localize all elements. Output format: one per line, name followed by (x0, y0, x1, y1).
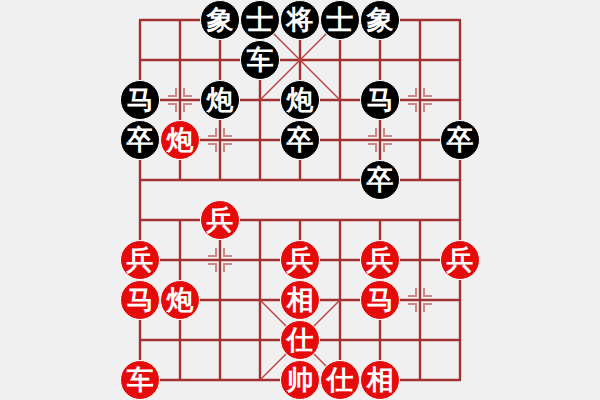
board-intersection[interactable] (120, 0, 160, 40)
piece-red-advisor[interactable]: 仕 (320, 360, 360, 400)
piece-glyph: 炮 (287, 86, 314, 113)
board-intersection[interactable] (120, 40, 160, 80)
piece-red-elephant[interactable]: 相 (360, 360, 400, 400)
board-intersection[interactable] (160, 240, 200, 280)
board-intersection[interactable] (400, 160, 440, 200)
board-intersection[interactable] (240, 120, 280, 160)
piece-black-horse[interactable]: 马 (120, 80, 160, 120)
board-intersection[interactable] (400, 0, 440, 40)
board-intersection[interactable] (240, 200, 280, 240)
piece-glyph: 车 (247, 46, 274, 73)
board-intersection[interactable]: 相 (280, 280, 320, 320)
piece-red-general[interactable]: 帅 (280, 360, 320, 400)
board-intersection[interactable]: 车 (240, 40, 280, 80)
piece-red-soldier[interactable]: 兵 (200, 200, 240, 240)
piece-glyph: 仕 (327, 366, 354, 393)
piece-glyph: 兵 (207, 206, 234, 233)
board-intersection[interactable]: 象 (360, 0, 400, 40)
board-intersection[interactable]: 象 (200, 0, 240, 40)
board-intersection[interactable] (240, 280, 280, 320)
piece-glyph: 卒 (287, 126, 314, 153)
xiangqi-board: 象士将士象车马炮炮马卒炮卒卒卒兵兵兵兵兵马炮相马仕车帅仕相 (120, 0, 480, 400)
board-intersection[interactable] (200, 280, 240, 320)
board-intersection[interactable]: 士 (320, 0, 360, 40)
piece-glyph: 车 (127, 366, 154, 393)
piece-red-cannon[interactable]: 炮 (160, 280, 200, 320)
board-intersection[interactable] (240, 320, 280, 360)
piece-glyph: 马 (127, 86, 154, 113)
piece-red-soldier[interactable]: 兵 (120, 240, 160, 280)
board-intersection[interactable]: 兵 (280, 240, 320, 280)
piece-black-advisor[interactable]: 士 (240, 0, 280, 40)
board-intersection[interactable] (200, 360, 240, 400)
board-intersection[interactable]: 炮 (160, 120, 200, 160)
piece-black-advisor[interactable]: 士 (320, 0, 360, 40)
piece-black-cannon[interactable]: 炮 (280, 80, 320, 120)
board-intersection[interactable]: 马 (360, 280, 400, 320)
board-intersection[interactable]: 相 (360, 360, 400, 400)
board-intersection[interactable]: 士 (240, 0, 280, 40)
board-intersection[interactable] (440, 0, 480, 40)
board-intersection[interactable]: 卒 (360, 160, 400, 200)
piece-black-elephant[interactable]: 象 (200, 0, 240, 40)
board-intersection[interactable] (280, 200, 320, 240)
board-intersection[interactable] (360, 200, 400, 240)
board-intersection[interactable] (160, 320, 200, 360)
piece-red-soldier[interactable]: 兵 (440, 240, 480, 280)
board-intersection[interactable] (160, 40, 200, 80)
piece-glyph: 马 (127, 286, 154, 313)
board-intersection[interactable] (360, 120, 400, 160)
board-intersection[interactable]: 帅 (280, 360, 320, 400)
board-intersection[interactable] (400, 360, 440, 400)
board-intersection[interactable]: 马 (360, 80, 400, 120)
board-intersection[interactable]: 马 (120, 280, 160, 320)
piece-glyph: 炮 (207, 86, 234, 113)
board-intersection[interactable]: 卒 (280, 120, 320, 160)
board-intersection[interactable] (360, 40, 400, 80)
board-intersection[interactable]: 仕 (280, 320, 320, 360)
board-intersection[interactable] (200, 240, 240, 280)
board-intersection[interactable] (320, 320, 360, 360)
board-intersection[interactable] (400, 40, 440, 80)
board-intersection[interactable] (200, 120, 240, 160)
board-intersection[interactable] (320, 40, 360, 80)
piece-red-soldier[interactable]: 兵 (360, 240, 400, 280)
board-intersection[interactable]: 兵 (440, 240, 480, 280)
piece-glyph: 士 (247, 6, 274, 33)
board-intersection[interactable] (440, 320, 480, 360)
piece-black-soldier[interactable]: 卒 (360, 160, 400, 200)
piece-glyph: 将 (287, 6, 314, 33)
board-intersection[interactable] (440, 360, 480, 400)
board-intersection[interactable] (240, 360, 280, 400)
piece-black-chariot[interactable]: 车 (240, 40, 280, 80)
board-intersection[interactable] (440, 160, 480, 200)
board-intersection[interactable] (240, 80, 280, 120)
board-intersection[interactable] (320, 280, 360, 320)
board-intersection[interactable]: 兵 (120, 240, 160, 280)
piece-glyph: 相 (287, 286, 314, 313)
board-intersection[interactable] (280, 160, 320, 200)
board-intersection[interactable]: 仕 (320, 360, 360, 400)
piece-glyph: 卒 (127, 126, 154, 153)
piece-black-horse[interactable]: 马 (360, 80, 400, 120)
board-intersection[interactable] (320, 120, 360, 160)
piece-glyph: 卒 (367, 166, 394, 193)
board-intersection[interactable]: 兵 (200, 200, 240, 240)
piece-glyph: 兵 (287, 246, 314, 273)
board-intersection[interactable]: 车 (120, 360, 160, 400)
piece-black-soldier[interactable]: 卒 (440, 120, 480, 160)
board-intersection[interactable] (240, 240, 280, 280)
board-intersection[interactable] (400, 200, 440, 240)
board-intersection[interactable] (200, 160, 240, 200)
board-intersection[interactable] (400, 120, 440, 160)
board-intersection[interactable] (160, 200, 200, 240)
board-intersection[interactable] (320, 80, 360, 120)
board-intersection[interactable]: 炮 (200, 80, 240, 120)
piece-black-general[interactable]: 将 (280, 0, 320, 40)
piece-glyph: 马 (367, 86, 394, 113)
board-intersection[interactable] (320, 160, 360, 200)
piece-black-cannon[interactable]: 炮 (200, 80, 240, 120)
piece-glyph: 卒 (447, 126, 474, 153)
piece-glyph: 仕 (287, 326, 314, 353)
piece-glyph: 兵 (367, 246, 394, 273)
board-intersection[interactable] (400, 280, 440, 320)
piece-glyph: 相 (367, 366, 394, 393)
piece-red-elephant[interactable]: 相 (280, 280, 320, 320)
board-intersection[interactable] (160, 0, 200, 40)
board-intersection[interactable] (160, 80, 200, 120)
board-intersection[interactable] (400, 240, 440, 280)
piece-red-soldier[interactable]: 兵 (280, 240, 320, 280)
board-intersection[interactable]: 炮 (160, 280, 200, 320)
piece-glyph: 炮 (167, 126, 194, 153)
board-intersection[interactable] (160, 160, 200, 200)
board-intersection[interactable] (440, 40, 480, 80)
piece-red-horse[interactable]: 马 (360, 280, 400, 320)
piece-red-cannon[interactable]: 炮 (160, 120, 200, 160)
board-intersection[interactable] (120, 160, 160, 200)
board-intersection[interactable]: 兵 (360, 240, 400, 280)
board-intersection[interactable] (240, 160, 280, 200)
piece-black-elephant[interactable]: 象 (360, 0, 400, 40)
piece-glyph: 马 (367, 286, 394, 313)
board-intersection[interactable] (280, 40, 320, 80)
board-intersection[interactable] (440, 200, 480, 240)
board-intersection[interactable] (400, 80, 440, 120)
board-intersection[interactable] (160, 360, 200, 400)
board-intersection[interactable] (400, 320, 440, 360)
board-intersection[interactable]: 炮 (280, 80, 320, 120)
board-intersection[interactable] (120, 320, 160, 360)
board-intersection[interactable] (120, 200, 160, 240)
piece-glyph: 象 (207, 6, 234, 33)
board-intersection[interactable] (440, 280, 480, 320)
board-intersection[interactable] (200, 40, 240, 80)
xiangqi-app-window: 象士将士象车马炮炮马卒炮卒卒卒兵兵兵兵兵马炮相马仕车帅仕相 (0, 0, 600, 400)
piece-red-horse[interactable]: 马 (120, 280, 160, 320)
piece-glyph: 象 (367, 6, 394, 33)
board-intersection[interactable] (320, 240, 360, 280)
piece-glyph: 士 (327, 6, 354, 33)
board-intersection[interactable]: 将 (280, 0, 320, 40)
board-intersection[interactable] (360, 320, 400, 360)
board-intersection[interactable] (440, 80, 480, 120)
piece-black-soldier[interactable]: 卒 (120, 120, 160, 160)
piece-glyph: 兵 (127, 246, 154, 273)
board-intersection[interactable]: 卒 (440, 120, 480, 160)
piece-glyph: 帅 (287, 366, 314, 393)
piece-glyph: 炮 (167, 286, 194, 313)
board-intersection[interactable] (320, 200, 360, 240)
board-intersection[interactable]: 马 (120, 80, 160, 120)
piece-black-soldier[interactable]: 卒 (280, 120, 320, 160)
board-intersection[interactable]: 卒 (120, 120, 160, 160)
piece-red-advisor[interactable]: 仕 (280, 320, 320, 360)
piece-red-chariot[interactable]: 车 (120, 360, 160, 400)
piece-glyph: 兵 (447, 246, 474, 273)
board-intersection[interactable] (200, 320, 240, 360)
